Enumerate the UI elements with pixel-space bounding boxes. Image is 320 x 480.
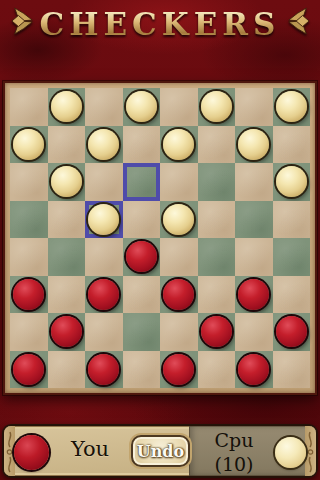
square-r4c2[interactable] (85, 238, 123, 276)
square-r2c3[interactable] (123, 163, 161, 201)
square-r0c0[interactable] (10, 88, 48, 126)
square-r5c2[interactable] (85, 276, 123, 314)
square-r4c1[interactable] (48, 238, 86, 276)
square-r5c0[interactable] (10, 276, 48, 314)
square-r6c7[interactable] (273, 313, 311, 351)
square-r1c1[interactable] (48, 126, 86, 164)
square-r3c1[interactable] (48, 201, 86, 239)
square-r0c3[interactable] (123, 88, 161, 126)
square-r6c4[interactable] (160, 313, 198, 351)
square-r6c5[interactable] (198, 313, 236, 351)
square-r4c6[interactable] (235, 238, 273, 276)
board-frame (3, 81, 317, 395)
cream-piece[interactable] (126, 91, 157, 122)
square-r5c3[interactable] (123, 276, 161, 314)
red-piece[interactable] (201, 316, 232, 347)
undo-button[interactable]: Undo (131, 435, 190, 467)
square-r2c4[interactable] (160, 163, 198, 201)
square-r4c0[interactable] (10, 238, 48, 276)
bar-ornament-right (305, 426, 316, 476)
square-r4c5[interactable] (198, 238, 236, 276)
red-piece[interactable] (88, 354, 119, 385)
square-r1c0[interactable] (10, 126, 48, 164)
square-r0c5[interactable] (198, 88, 236, 126)
square-r1c7[interactable] (273, 126, 311, 164)
red-piece[interactable] (163, 354, 194, 385)
square-r7c2[interactable] (85, 351, 123, 389)
cpu-score: (10) (200, 452, 268, 476)
cpu-block: Cpu (10) (200, 428, 268, 476)
square-r3c7[interactable] (273, 201, 311, 239)
square-r5c4[interactable] (160, 276, 198, 314)
square-r7c1[interactable] (48, 351, 86, 389)
board (10, 88, 310, 388)
square-r0c7[interactable] (273, 88, 311, 126)
cream-piece[interactable] (88, 129, 119, 160)
square-r1c2[interactable] (85, 126, 123, 164)
square-r1c5[interactable] (198, 126, 236, 164)
red-piece[interactable] (13, 279, 44, 310)
square-r2c7[interactable] (273, 163, 311, 201)
square-r0c1[interactable] (48, 88, 86, 126)
square-r0c6[interactable] (235, 88, 273, 126)
cream-piece[interactable] (276, 166, 307, 197)
square-r5c6[interactable] (235, 276, 273, 314)
app-title: CHECKERS (40, 7, 281, 40)
cream-piece[interactable] (276, 91, 307, 122)
square-r3c4[interactable] (160, 201, 198, 239)
square-r6c6[interactable] (235, 313, 273, 351)
square-r3c0[interactable] (10, 201, 48, 239)
cream-piece[interactable] (13, 129, 44, 160)
you-label: You (52, 437, 128, 461)
cpu-piece-icon (275, 437, 306, 468)
cpu-label: Cpu (200, 428, 268, 452)
cream-piece[interactable] (51, 91, 82, 122)
square-r3c2[interactable] (85, 201, 123, 239)
square-r7c3[interactable] (123, 351, 161, 389)
status-bar: You Undo Cpu (10) (2, 424, 318, 478)
square-r7c0[interactable] (10, 351, 48, 389)
square-r3c6[interactable] (235, 201, 273, 239)
square-r6c2[interactable] (85, 313, 123, 351)
square-r0c4[interactable] (160, 88, 198, 126)
cream-piece[interactable] (201, 91, 232, 122)
square-r1c3[interactable] (123, 126, 161, 164)
square-r4c4[interactable] (160, 238, 198, 276)
red-piece[interactable] (13, 354, 44, 385)
square-r6c0[interactable] (10, 313, 48, 351)
square-r5c5[interactable] (198, 276, 236, 314)
cream-piece[interactable] (238, 129, 269, 160)
red-piece[interactable] (238, 279, 269, 310)
red-piece[interactable] (126, 241, 157, 272)
square-r7c4[interactable] (160, 351, 198, 389)
square-r7c5[interactable] (198, 351, 236, 389)
square-r2c0[interactable] (10, 163, 48, 201)
red-piece[interactable] (51, 316, 82, 347)
fleur-ornament-left-icon (11, 6, 35, 40)
undo-label: Undo (137, 442, 184, 461)
square-r0c2[interactable] (85, 88, 123, 126)
red-piece[interactable] (163, 279, 194, 310)
red-piece[interactable] (88, 279, 119, 310)
square-r3c5[interactable] (198, 201, 236, 239)
square-r6c3[interactable] (123, 313, 161, 351)
title-bar: CHECKERS (0, 0, 320, 46)
square-r1c4[interactable] (160, 126, 198, 164)
square-r7c6[interactable] (235, 351, 273, 389)
cream-piece[interactable] (51, 166, 82, 197)
square-r6c1[interactable] (48, 313, 86, 351)
cream-piece[interactable] (163, 129, 194, 160)
square-r2c1[interactable] (48, 163, 86, 201)
square-r2c2[interactable] (85, 163, 123, 201)
square-r1c6[interactable] (235, 126, 273, 164)
square-r4c3[interactable] (123, 238, 161, 276)
square-r5c1[interactable] (48, 276, 86, 314)
square-r4c7[interactable] (273, 238, 311, 276)
cream-piece[interactable] (88, 204, 119, 235)
square-r2c6[interactable] (235, 163, 273, 201)
you-piece-icon (14, 435, 49, 470)
cream-piece[interactable] (163, 204, 194, 235)
square-r2c5[interactable] (198, 163, 236, 201)
red-piece[interactable] (276, 316, 307, 347)
red-piece[interactable] (238, 354, 269, 385)
screen: CHECKERS You Undo (0, 0, 320, 480)
square-r3c3[interactable] (123, 201, 161, 239)
square-r7c7[interactable] (273, 351, 311, 389)
square-r5c7[interactable] (273, 276, 311, 314)
fleur-ornament-right-icon (286, 6, 310, 40)
